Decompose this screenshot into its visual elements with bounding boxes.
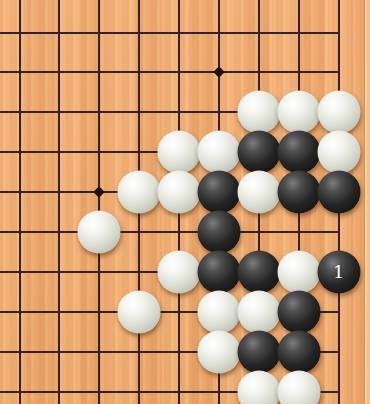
move-number-label: 1 (333, 263, 344, 280)
grid-line-horizontal (0, 32, 340, 34)
black-stone[interactable] (198, 250, 241, 293)
white-stone[interactable] (118, 290, 161, 333)
black-stone[interactable] (237, 250, 280, 293)
white-stone[interactable] (277, 250, 320, 293)
black-stone[interactable] (237, 330, 280, 373)
black-stone[interactable] (277, 330, 320, 373)
board-right-edge (364, 0, 370, 404)
white-stone[interactable] (198, 330, 241, 373)
black-stone[interactable] (198, 211, 241, 254)
grid-line-horizontal (0, 231, 340, 233)
white-stone[interactable] (158, 171, 201, 214)
black-stone[interactable] (317, 171, 360, 214)
grid-line-vertical (19, 0, 21, 404)
grid-line-horizontal (0, 71, 340, 73)
black-stone[interactable] (277, 290, 320, 333)
white-stone[interactable] (158, 250, 201, 293)
white-stone[interactable] (198, 290, 241, 333)
white-stone[interactable] (277, 91, 320, 134)
white-stone[interactable] (237, 290, 280, 333)
white-stone[interactable] (317, 91, 360, 134)
white-stone[interactable] (317, 131, 360, 174)
black-stone[interactable] (198, 171, 241, 214)
white-stone[interactable] (237, 171, 280, 214)
grid-line-vertical (58, 0, 60, 404)
black-stone[interactable] (277, 131, 320, 174)
go-board-screenshot: 1 (0, 0, 370, 404)
white-stone[interactable] (198, 131, 241, 174)
white-stone[interactable] (118, 171, 161, 214)
white-stone[interactable] (78, 211, 121, 254)
grid-line-vertical (98, 0, 100, 404)
black-stone-move-1[interactable]: 1 (317, 250, 360, 293)
white-stone[interactable] (158, 131, 201, 174)
black-stone[interactable] (237, 131, 280, 174)
white-stone[interactable] (237, 91, 280, 134)
black-stone[interactable] (277, 171, 320, 214)
